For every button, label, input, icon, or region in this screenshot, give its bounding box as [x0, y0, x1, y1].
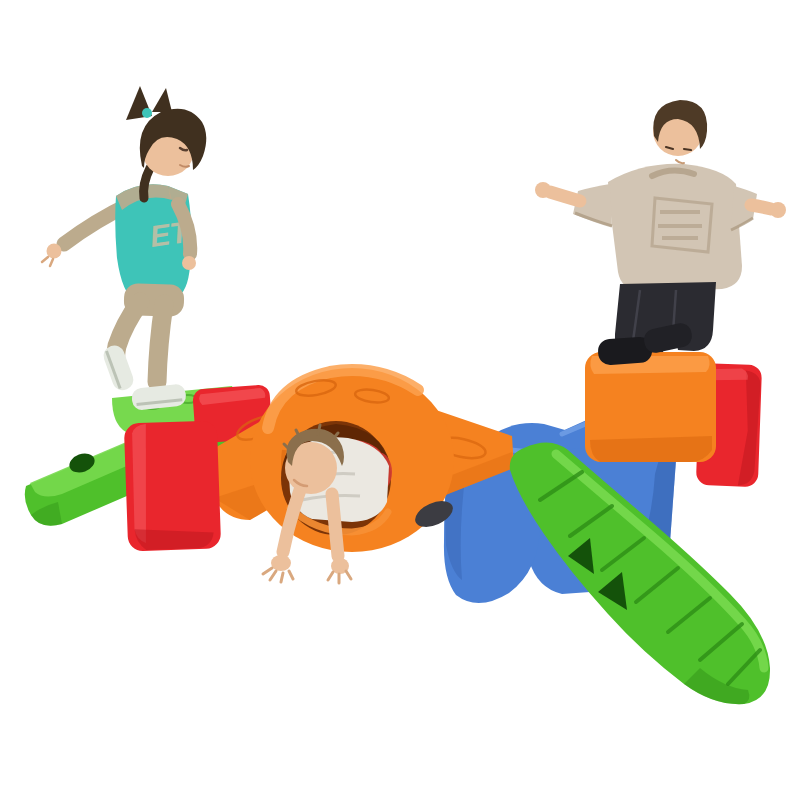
- scene: ET: [0, 0, 800, 800]
- orange-block: [585, 352, 716, 462]
- girl-hair-tie: [142, 108, 152, 118]
- girl-hand-right: [182, 256, 196, 270]
- crawler-arm-right: [332, 494, 338, 556]
- girl-leg-right: [157, 304, 164, 382]
- boy-forearm-left: [550, 192, 580, 201]
- red-block-front: [124, 420, 221, 551]
- boy-hand-left: [535, 182, 551, 198]
- crawler-hand-left: [271, 555, 291, 571]
- boy-forearm-right: [751, 205, 771, 209]
- boy-hand-right: [770, 202, 786, 218]
- product-photo: ET: [0, 0, 800, 800]
